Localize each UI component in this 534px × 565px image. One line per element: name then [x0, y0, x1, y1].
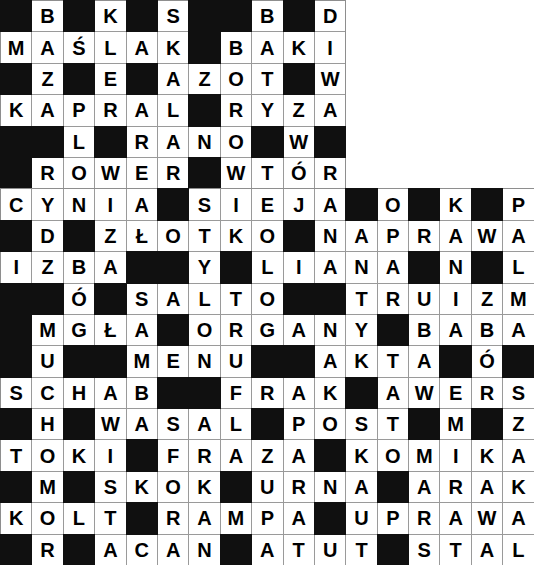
block-cell-r1c10 — [284, 1, 314, 31]
letter-cell-r16c10[interactable]: R — [284, 472, 314, 502]
letter-cell-r2c9[interactable]: A — [252, 32, 282, 62]
letter-cell-r5c5[interactable]: R — [127, 127, 157, 157]
block-cell-r16c3 — [64, 472, 94, 502]
letter-cell-r3c2[interactable]: Z — [32, 64, 62, 94]
letter-cell-r8c12[interactable]: A — [346, 221, 376, 251]
block-cell-r3c1 — [1, 64, 31, 94]
letter-cell-r9c17[interactable]: L — [503, 252, 533, 282]
letter-cell-r5c3[interactable]: L — [64, 127, 94, 157]
letter-cell-r1c9[interactable]: B — [252, 1, 282, 31]
letter-cell-r10c3[interactable]: Ó — [64, 284, 94, 314]
letter-cell-r2c11[interactable]: I — [315, 32, 345, 62]
letter-cell-r16c11[interactable]: N — [315, 472, 345, 502]
letter-cell-r3c9[interactable]: T — [252, 64, 282, 94]
letter-cell-r11c10[interactable]: A — [284, 315, 314, 345]
block-cell-r5c9 — [252, 127, 282, 157]
letter-cell-r11c12[interactable]: Y — [346, 315, 376, 345]
letter-cell-r11c2[interactable]: M — [32, 315, 62, 345]
letter-cell-r13c9[interactable]: R — [252, 378, 282, 408]
letter-cell-r3c7[interactable]: Z — [189, 64, 219, 94]
letter-cell-r10c17[interactable]: M — [503, 284, 533, 314]
letter-cell-r17c6[interactable]: R — [158, 503, 188, 533]
letter-cell-r9c7[interactable]: Y — [189, 252, 219, 282]
letter-cell-r18c5[interactable]: C — [127, 535, 157, 565]
block-cell-r9c16 — [472, 252, 502, 282]
letter-cell-r11c7[interactable]: O — [189, 315, 219, 345]
block-cell-r7c14 — [409, 189, 439, 219]
letter-cell-r12c2[interactable]: U — [32, 346, 62, 376]
letter-cell-r2c4[interactable]: L — [95, 32, 125, 62]
letter-cell-r17c16[interactable]: W — [472, 503, 502, 533]
block-cell-r12c15 — [440, 346, 470, 376]
letter-cell-r14c17[interactable]: Z — [503, 409, 533, 439]
block-cell-r7c16 — [472, 189, 502, 219]
block-cell-r6c1 — [1, 158, 31, 188]
letter-cell-r7c5[interactable]: A — [127, 189, 157, 219]
crossword-board: BKSBDMAŚLAKBAKIZEAZOTWKAPRALRYZALRANOWRO… — [0, 0, 534, 565]
letter-cell-r14c15[interactable]: M — [440, 409, 470, 439]
block-cell-r13c12 — [346, 378, 376, 408]
block-cell-r14c1 — [1, 409, 31, 439]
block-cell-r14c16 — [472, 409, 502, 439]
letter-cell-r8c2[interactable]: D — [32, 221, 62, 251]
letter-cell-r13c10[interactable]: A — [284, 378, 314, 408]
block-cell-r10c1 — [1, 284, 31, 314]
letter-cell-r14c2[interactable]: H — [32, 409, 62, 439]
block-cell-r11c1 — [1, 315, 31, 345]
letter-cell-r3c6[interactable]: A — [158, 64, 188, 94]
letter-cell-r4c9[interactable]: Y — [252, 95, 282, 125]
crossword-grid-upper-section: BKSBDMAŚLAKBAKIZEAZOTWKAPRALRYZALRANOWRO… — [0, 0, 346, 189]
letter-cell-r15c7[interactable]: R — [189, 440, 219, 470]
letter-cell-r13c1[interactable]: S — [1, 378, 31, 408]
letter-cell-r1c2[interactable]: B — [32, 1, 62, 31]
letter-cell-r13c14[interactable]: W — [409, 378, 439, 408]
letter-cell-r18c10[interactable]: T — [284, 535, 314, 565]
letter-cell-r13c3[interactable]: H — [64, 378, 94, 408]
letter-cell-r7c4[interactable]: I — [95, 189, 125, 219]
letter-cell-r13c16[interactable]: R — [472, 378, 502, 408]
letter-cell-r18c14[interactable]: S — [409, 535, 439, 565]
letter-cell-r9c2[interactable]: Z — [32, 252, 62, 282]
letter-cell-r2c5[interactable]: A — [127, 32, 157, 62]
letter-cell-r15c12[interactable]: K — [346, 440, 376, 470]
block-cell-r11c13 — [378, 315, 408, 345]
letter-cell-r2c3[interactable]: Ś — [64, 32, 94, 62]
block-cell-r5c11 — [315, 127, 345, 157]
letter-cell-r2c8[interactable]: B — [221, 32, 251, 62]
block-cell-r1c8 — [221, 1, 251, 31]
block-cell-r12c1 — [1, 346, 31, 376]
letter-cell-r9c4[interactable]: A — [95, 252, 125, 282]
block-cell-r8c10 — [284, 221, 314, 251]
block-cell-r1c1 — [1, 1, 31, 31]
block-cell-r15c11 — [315, 440, 345, 470]
letter-cell-r11c11[interactable]: N — [315, 315, 345, 345]
letter-cell-r4c6[interactable]: L — [158, 95, 188, 125]
block-cell-r12c4 — [95, 346, 125, 376]
letter-cell-r14c4[interactable]: W — [95, 409, 125, 439]
letter-cell-r14c11[interactable]: O — [315, 409, 345, 439]
letter-cell-r12c14[interactable]: A — [409, 346, 439, 376]
letter-cell-r14c6[interactable]: S — [158, 409, 188, 439]
letter-cell-r7c1[interactable]: C — [1, 189, 31, 219]
letter-cell-r4c2[interactable]: A — [32, 95, 62, 125]
letter-cell-r8c7[interactable]: T — [189, 221, 219, 251]
letter-cell-r18c7[interactable]: N — [189, 535, 219, 565]
letter-cell-r7c10[interactable]: J — [284, 189, 314, 219]
letter-cell-r9c3[interactable]: B — [64, 252, 94, 282]
letter-cell-r14c8[interactable]: L — [221, 409, 251, 439]
letter-cell-r8c4[interactable]: Z — [95, 221, 125, 251]
letter-cell-r6c3[interactable]: O — [64, 158, 94, 188]
letter-cell-r6c4[interactable]: W — [95, 158, 125, 188]
letter-cell-r5c8[interactable]: O — [221, 127, 251, 157]
letter-cell-r11c5[interactable]: A — [127, 315, 157, 345]
letter-cell-r5c7[interactable]: N — [189, 127, 219, 157]
block-cell-r3c5 — [127, 64, 157, 94]
block-cell-r9c6 — [158, 252, 188, 282]
letter-cell-r16c14[interactable]: A — [409, 472, 439, 502]
letter-cell-r17c1[interactable]: K — [1, 503, 31, 533]
letter-cell-r12c16[interactable]: Ó — [472, 346, 502, 376]
block-cell-r14c9 — [252, 409, 282, 439]
letter-cell-r2c10[interactable]: K — [284, 32, 314, 62]
letter-cell-r16c5[interactable]: K — [127, 472, 157, 502]
letter-cell-r9c15[interactable]: N — [440, 252, 470, 282]
letter-cell-r13c8[interactable]: F — [221, 378, 251, 408]
letter-cell-r16c12[interactable]: A — [346, 472, 376, 502]
letter-cell-r9c12[interactable]: N — [346, 252, 376, 282]
letter-cell-r16c16[interactable]: A — [472, 472, 502, 502]
letter-cell-r11c16[interactable]: B — [472, 315, 502, 345]
block-cell-r10c2 — [32, 284, 62, 314]
letter-cell-r7c7[interactable]: S — [189, 189, 219, 219]
letter-cell-r8c6[interactable]: O — [158, 221, 188, 251]
letter-cell-r17c17[interactable]: A — [503, 503, 533, 533]
letter-cell-r17c3[interactable]: L — [64, 503, 94, 533]
letter-cell-r9c9[interactable]: L — [252, 252, 282, 282]
block-cell-r18c13 — [378, 535, 408, 565]
letter-cell-r12c7[interactable]: N — [189, 346, 219, 376]
block-cell-r17c11 — [315, 503, 345, 533]
letter-cell-r14c7[interactable]: A — [189, 409, 219, 439]
letter-cell-r10c13[interactable]: R — [378, 284, 408, 314]
letter-cell-r10c15[interactable]: I — [440, 284, 470, 314]
letter-cell-r10c12[interactable]: T — [346, 284, 376, 314]
letter-cell-r1c4[interactable]: K — [95, 1, 125, 31]
block-cell-r6c7 — [189, 158, 219, 188]
letter-cell-r8c17[interactable]: A — [503, 221, 533, 251]
letter-cell-r15c3[interactable]: K — [64, 440, 94, 470]
letter-cell-r7c8[interactable]: I — [221, 189, 251, 219]
letter-cell-r14c5[interactable]: A — [127, 409, 157, 439]
letter-cell-r15c8[interactable]: A — [221, 440, 251, 470]
letter-cell-r6c8[interactable]: W — [221, 158, 251, 188]
letter-cell-r15c2[interactable]: O — [32, 440, 62, 470]
letter-cell-r12c5[interactable]: M — [127, 346, 157, 376]
letter-cell-r11c4[interactable]: Ł — [95, 315, 125, 345]
block-cell-r11c6 — [158, 315, 188, 345]
letter-cell-r16c17[interactable]: K — [503, 472, 533, 502]
letter-cell-r13c4[interactable]: A — [95, 378, 125, 408]
letter-cell-r7c17[interactable]: P — [503, 189, 533, 219]
letter-cell-r18c12[interactable]: T — [346, 535, 376, 565]
letter-cell-r5c10[interactable]: W — [284, 127, 314, 157]
letter-cell-r16c15[interactable]: R — [440, 472, 470, 502]
letter-cell-r17c13[interactable]: P — [378, 503, 408, 533]
letter-cell-r3c8[interactable]: O — [221, 64, 251, 94]
letter-cell-r15c4[interactable]: I — [95, 440, 125, 470]
block-cell-r9c5 — [127, 252, 157, 282]
letter-cell-r4c4[interactable]: R — [95, 95, 125, 125]
block-cell-r16c13 — [378, 472, 408, 502]
letter-cell-r7c9[interactable]: E — [252, 189, 282, 219]
letter-cell-r2c1[interactable]: M — [1, 32, 31, 62]
letter-cell-r4c10[interactable]: Z — [284, 95, 314, 125]
letter-cell-r4c1[interactable]: K — [1, 95, 31, 125]
block-cell-r3c3 — [64, 64, 94, 94]
letter-cell-r10c14[interactable]: U — [409, 284, 439, 314]
letter-cell-r13c13[interactable]: A — [378, 378, 408, 408]
letter-cell-r4c8[interactable]: R — [221, 95, 251, 125]
block-cell-r7c12 — [346, 189, 376, 219]
block-cell-r17c5 — [127, 503, 157, 533]
letter-cell-r17c14[interactable]: R — [409, 503, 439, 533]
block-cell-r8c1 — [1, 221, 31, 251]
letter-cell-r12c13[interactable]: T — [378, 346, 408, 376]
letter-cell-r8c16[interactable]: W — [472, 221, 502, 251]
letter-cell-r8c13[interactable]: P — [378, 221, 408, 251]
block-cell-r13c6 — [158, 378, 188, 408]
letter-cell-r4c3[interactable]: P — [64, 95, 94, 125]
letter-cell-r1c11[interactable]: D — [315, 1, 345, 31]
letter-cell-r8c11[interactable]: N — [315, 221, 345, 251]
block-cell-r1c5 — [127, 1, 157, 31]
block-cell-r1c3 — [64, 1, 94, 31]
letter-cell-r3c4[interactable]: E — [95, 64, 125, 94]
letter-cell-r8c9[interactable]: O — [252, 221, 282, 251]
block-cell-r3c10 — [284, 64, 314, 94]
letter-cell-r15c9[interactable]: Z — [252, 440, 282, 470]
letter-cell-r18c6[interactable]: A — [158, 535, 188, 565]
block-cell-r5c2 — [32, 127, 62, 157]
letter-cell-r10c9[interactable]: O — [252, 284, 282, 314]
letter-cell-r15c6[interactable]: F — [158, 440, 188, 470]
letter-cell-r5c6[interactable]: A — [158, 127, 188, 157]
letter-cell-r18c16[interactable]: A — [472, 535, 502, 565]
letter-cell-r7c11[interactable]: A — [315, 189, 345, 219]
letter-cell-r13c2[interactable]: C — [32, 378, 62, 408]
block-cell-r9c8 — [221, 252, 251, 282]
letter-cell-r11c17[interactable]: A — [503, 315, 533, 345]
letter-cell-r17c4[interactable]: T — [95, 503, 125, 533]
block-cell-r18c3 — [64, 535, 94, 565]
letter-cell-r10c6[interactable]: A — [158, 284, 188, 314]
block-cell-r16c8 — [221, 472, 251, 502]
letter-cell-r14c10[interactable]: P — [284, 409, 314, 439]
block-cell-r18c8 — [221, 535, 251, 565]
letter-cell-r9c13[interactable]: A — [378, 252, 408, 282]
letter-cell-r15c1[interactable]: T — [1, 440, 31, 470]
letter-cell-r17c10[interactable]: A — [284, 503, 314, 533]
letter-cell-r18c17[interactable]: L — [503, 535, 533, 565]
letter-cell-r17c9[interactable]: P — [252, 503, 282, 533]
letter-cell-r18c15[interactable]: T — [440, 535, 470, 565]
letter-cell-r11c3[interactable]: G — [64, 315, 94, 345]
letter-cell-r8c15[interactable]: A — [440, 221, 470, 251]
letter-cell-r12c11[interactable]: A — [315, 346, 345, 376]
block-cell-r1c7 — [189, 1, 219, 31]
letter-cell-r6c10[interactable]: Ó — [284, 158, 314, 188]
letter-cell-r18c2[interactable]: R — [32, 535, 62, 565]
block-cell-r12c3 — [64, 346, 94, 376]
letter-cell-r9c1[interactable]: I — [1, 252, 31, 282]
letter-cell-r13c17[interactable]: S — [503, 378, 533, 408]
letter-cell-r8c8[interactable]: K — [221, 221, 251, 251]
letter-cell-r18c4[interactable]: A — [95, 535, 125, 565]
letter-cell-r8c14[interactable]: R — [409, 221, 439, 251]
letter-cell-r15c14[interactable]: M — [409, 440, 439, 470]
letter-cell-r12c12[interactable]: K — [346, 346, 376, 376]
crossword-grid-lower-section: CYNIASIEJAOKPDZŁOTKONAPRAWAIZBAYLIANANLÓ… — [0, 188, 534, 565]
block-cell-r14c3 — [64, 409, 94, 439]
letter-cell-r15c17[interactable]: A — [503, 440, 533, 470]
letter-cell-r16c7[interactable]: K — [189, 472, 219, 502]
letter-cell-r7c3[interactable]: N — [64, 189, 94, 219]
letter-cell-r15c15[interactable]: I — [440, 440, 470, 470]
letter-cell-r9c11[interactable]: A — [315, 252, 345, 282]
block-cell-r5c1 — [1, 127, 31, 157]
letter-cell-r11c8[interactable]: R — [221, 315, 251, 345]
block-cell-r12c9 — [252, 346, 282, 376]
letter-cell-r6c11[interactable]: R — [315, 158, 345, 188]
block-cell-r13c7 — [189, 378, 219, 408]
block-cell-r10c11 — [315, 284, 345, 314]
letter-cell-r12c6[interactable]: E — [158, 346, 188, 376]
letter-cell-r8c5[interactable]: Ł — [127, 221, 157, 251]
block-cell-r15c5 — [127, 440, 157, 470]
letter-cell-r6c6[interactable]: R — [158, 158, 188, 188]
letter-cell-r6c2[interactable]: R — [32, 158, 62, 188]
block-cell-r9c14 — [409, 252, 439, 282]
letter-cell-r11c9[interactable]: G — [252, 315, 282, 345]
letter-cell-r9c10[interactable]: I — [284, 252, 314, 282]
block-cell-r10c4 — [95, 284, 125, 314]
letter-cell-r12c8[interactable]: U — [221, 346, 251, 376]
letter-cell-r14c12[interactable]: S — [346, 409, 376, 439]
letter-cell-r17c2[interactable]: O — [32, 503, 62, 533]
letter-cell-r15c10[interactable]: A — [284, 440, 314, 470]
letter-cell-r16c4[interactable]: S — [95, 472, 125, 502]
letter-cell-r3c11[interactable]: W — [315, 64, 345, 94]
letter-cell-r16c9[interactable]: U — [252, 472, 282, 502]
letter-cell-r4c5[interactable]: A — [127, 95, 157, 125]
letter-cell-r1c6[interactable]: S — [158, 1, 188, 31]
block-cell-r2c7 — [189, 32, 219, 62]
letter-cell-r13c11[interactable]: K — [315, 378, 345, 408]
letter-cell-r7c15[interactable]: K — [440, 189, 470, 219]
letter-cell-r13c5[interactable]: B — [127, 378, 157, 408]
letter-cell-r7c13[interactable]: O — [378, 189, 408, 219]
letter-cell-r2c6[interactable]: K — [158, 32, 188, 62]
letter-cell-r10c16[interactable]: Z — [472, 284, 502, 314]
letter-cell-r7c2[interactable]: Y — [32, 189, 62, 219]
letter-cell-r11c14[interactable]: B — [409, 315, 439, 345]
letter-cell-r15c16[interactable]: K — [472, 440, 502, 470]
letter-cell-r16c2[interactable]: M — [32, 472, 62, 502]
letter-cell-r10c8[interactable]: T — [221, 284, 251, 314]
block-cell-r14c14 — [409, 409, 439, 439]
letter-cell-r4c11[interactable]: A — [315, 95, 345, 125]
block-cell-r18c1 — [1, 535, 31, 565]
letter-cell-r14c13[interactable]: T — [378, 409, 408, 439]
letter-cell-r6c5[interactable]: E — [127, 158, 157, 188]
letter-cell-r18c11[interactable]: U — [315, 535, 345, 565]
block-cell-r4c7 — [189, 95, 219, 125]
letter-cell-r2c2[interactable]: A — [32, 32, 62, 62]
letter-cell-r10c5[interactable]: S — [127, 284, 157, 314]
letter-cell-r17c12[interactable]: U — [346, 503, 376, 533]
block-cell-r7c6 — [158, 189, 188, 219]
block-cell-r5c4 — [95, 127, 125, 157]
letter-cell-r11c15[interactable]: A — [440, 315, 470, 345]
block-cell-r10c10 — [284, 284, 314, 314]
letter-cell-r17c15[interactable]: A — [440, 503, 470, 533]
letter-cell-r13c15[interactable]: E — [440, 378, 470, 408]
letter-cell-r15c13[interactable]: O — [378, 440, 408, 470]
letter-cell-r17c7[interactable]: A — [189, 503, 219, 533]
letter-cell-r17c8[interactable]: M — [221, 503, 251, 533]
letter-cell-r16c6[interactable]: O — [158, 472, 188, 502]
block-cell-r12c10 — [284, 346, 314, 376]
block-cell-r16c1 — [1, 472, 31, 502]
letter-cell-r10c7[interactable]: L — [189, 284, 219, 314]
letter-cell-r6c9[interactable]: T — [252, 158, 282, 188]
letter-cell-r18c9[interactable]: A — [252, 535, 282, 565]
block-cell-r12c17 — [503, 346, 533, 376]
block-cell-r8c3 — [64, 221, 94, 251]
